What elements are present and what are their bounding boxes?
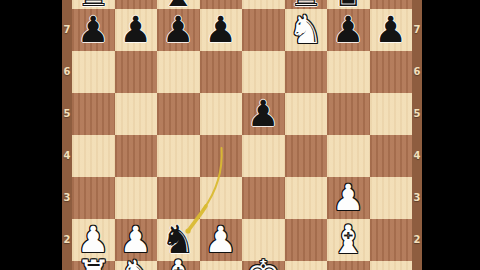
chess-board: ♜♝♜♚♟♟♟♟♞♟♟♟♟♟♟♞♟♝♜♞♝♚ [72,0,412,270]
square-e4[interactable] [242,135,285,177]
square-b4[interactable] [115,135,158,177]
rank-label-2-right: 2 [412,235,422,245]
square-e3[interactable] [242,177,285,219]
square-c5[interactable] [157,93,200,135]
square-d3[interactable] [200,177,243,219]
rank-label-6-left: 6 [62,67,72,77]
square-d5[interactable] [200,93,243,135]
square-h4[interactable] [370,135,413,177]
square-c6[interactable] [157,51,200,93]
rank-label-6-right: 6 [412,67,422,77]
rank-label-rail-left [62,0,72,270]
black-pawn-d7[interactable]: ♟ [199,9,243,51]
square-f4[interactable] [285,135,328,177]
rank-label-7-left: 7 [62,25,72,35]
white-pawn-g3[interactable]: ♟ [326,177,370,219]
white-knight-f7[interactable]: ♞ [284,9,328,51]
white-bishop-c1[interactable]: ♝ [156,254,200,270]
square-f1[interactable] [285,261,328,270]
black-pawn-b7[interactable]: ♟ [114,9,158,51]
square-a6[interactable] [72,51,115,93]
square-d4[interactable] [200,135,243,177]
square-d8[interactable] [200,0,243,9]
square-b6[interactable] [115,51,158,93]
square-f3[interactable] [285,177,328,219]
square-h3[interactable] [370,177,413,219]
square-c3[interactable] [157,177,200,219]
square-g6[interactable] [327,51,370,93]
square-h5[interactable] [370,93,413,135]
rank-label-4-left: 4 [62,151,72,161]
black-pawn-a7[interactable]: ♟ [72,9,115,51]
square-a5[interactable] [72,93,115,135]
square-f2[interactable] [285,219,328,261]
white-pawn-d2[interactable]: ♟ [199,219,243,261]
square-d1[interactable] [200,261,243,270]
square-b5[interactable] [115,93,158,135]
square-c4[interactable] [157,135,200,177]
square-d6[interactable] [200,51,243,93]
rank-label-3-right: 3 [412,193,422,203]
rank-label-5-left: 5 [62,109,72,119]
square-f6[interactable] [285,51,328,93]
square-e8[interactable] [242,0,285,9]
rank-label-4-right: 4 [412,151,422,161]
black-pawn-g7[interactable]: ♟ [326,9,370,51]
rank-label-7-right: 7 [412,25,422,35]
black-pawn-c7[interactable]: ♟ [156,9,200,51]
black-pawn-e5[interactable]: ♟ [241,93,285,135]
rank-label-2-left: 2 [62,235,72,245]
rank-label-3-left: 3 [62,193,72,203]
square-b3[interactable] [115,177,158,219]
square-h1[interactable] [370,261,413,270]
square-h8[interactable] [370,0,413,9]
square-a4[interactable] [72,135,115,177]
square-h2[interactable] [370,219,413,261]
square-g5[interactable] [327,93,370,135]
square-e6[interactable] [242,51,285,93]
video-frame: ♜♝♜♚♟♟♟♟♞♟♟♟♟♟♟♞♟♝♜♞♝♚ 776655443322 [0,0,480,270]
white-bishop-g2[interactable]: ♝ [326,219,370,261]
square-g4[interactable] [327,135,370,177]
square-e7[interactable] [242,9,285,51]
square-f5[interactable] [285,93,328,135]
white-king-e1[interactable]: ♚ [241,254,285,270]
rank-label-5-right: 5 [412,109,422,119]
square-b8[interactable] [115,0,158,9]
black-pawn-h7[interactable]: ♟ [369,9,412,51]
letterbox-left [0,0,62,270]
white-knight-b1[interactable]: ♞ [114,254,158,270]
rank-label-rail-right [412,0,422,270]
square-a3[interactable] [72,177,115,219]
white-rook-a1[interactable]: ♜ [72,254,115,270]
square-h6[interactable] [370,51,413,93]
letterbox-right [420,0,480,270]
square-g1[interactable] [327,261,370,270]
